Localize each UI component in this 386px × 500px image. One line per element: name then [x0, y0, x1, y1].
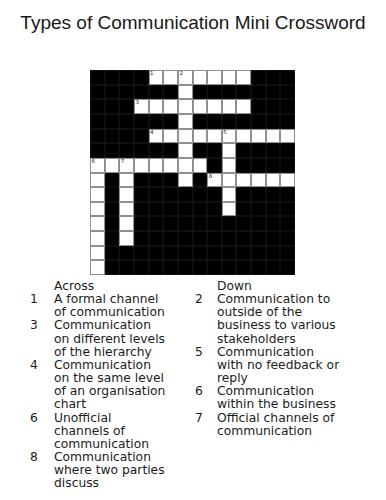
- white-cell[interactable]: [251, 173, 266, 188]
- black-cell: [178, 202, 193, 217]
- clue-text: Communication on different levels of the…: [54, 319, 188, 358]
- black-cell: [163, 202, 178, 217]
- black-cell: [236, 260, 251, 275]
- white-cell[interactable]: [222, 173, 237, 188]
- clue-number: 3: [30, 319, 54, 332]
- white-cell[interactable]: [222, 99, 237, 114]
- black-cell: [222, 246, 237, 261]
- black-cell: [251, 260, 266, 275]
- black-cell: [134, 260, 149, 275]
- white-cell[interactable]: [266, 173, 281, 188]
- white-cell[interactable]: [236, 99, 251, 114]
- black-cell: [149, 114, 164, 129]
- white-cell[interactable]: 1: [149, 70, 164, 85]
- clue-number: 8: [30, 451, 54, 464]
- black-cell: [163, 85, 178, 100]
- black-cell: [207, 143, 222, 158]
- white-cell[interactable]: [222, 187, 237, 202]
- black-cell: [222, 260, 237, 275]
- white-cell[interactable]: [119, 231, 134, 246]
- black-cell: [280, 187, 295, 202]
- white-cell[interactable]: [178, 85, 193, 100]
- black-cell: [149, 231, 164, 246]
- white-cell[interactable]: [178, 143, 193, 158]
- black-cell: [105, 231, 120, 246]
- clue: 8Communication where two parties discuss: [30, 451, 188, 490]
- black-cell: [236, 187, 251, 202]
- black-cell: [251, 143, 266, 158]
- black-cell: [134, 173, 149, 188]
- clue-text: Unofficial channels of communication: [54, 412, 188, 451]
- white-cell[interactable]: [90, 260, 105, 275]
- black-cell: [266, 99, 281, 114]
- white-cell[interactable]: [193, 99, 208, 114]
- black-cell: [90, 99, 105, 114]
- black-cell: [105, 129, 120, 144]
- white-cell[interactable]: [163, 158, 178, 173]
- black-cell: [178, 231, 193, 246]
- white-cell[interactable]: [90, 216, 105, 231]
- black-cell: [280, 99, 295, 114]
- black-cell: [90, 85, 105, 100]
- black-cell: [222, 114, 237, 129]
- black-cell: [251, 99, 266, 114]
- black-cell: [149, 143, 164, 158]
- black-cell: [193, 246, 208, 261]
- black-cell: [280, 260, 295, 275]
- white-cell[interactable]: [222, 70, 237, 85]
- black-cell: [149, 85, 164, 100]
- white-cell[interactable]: [90, 231, 105, 246]
- black-cell: [236, 114, 251, 129]
- black-cell: [163, 260, 178, 275]
- black-cell: [280, 246, 295, 261]
- white-cell[interactable]: [178, 114, 193, 129]
- white-cell[interactable]: [207, 99, 222, 114]
- black-cell: [236, 231, 251, 246]
- black-cell: [266, 143, 281, 158]
- white-cell[interactable]: [266, 129, 281, 144]
- black-cell: [90, 129, 105, 144]
- black-cell: [207, 231, 222, 246]
- black-cell: [149, 246, 164, 261]
- black-cell: [105, 85, 120, 100]
- black-cell: [193, 231, 208, 246]
- clue-number: 2: [195, 293, 217, 306]
- black-cell: [236, 158, 251, 173]
- white-cell[interactable]: [222, 158, 237, 173]
- clue-number: 4: [30, 359, 54, 372]
- crossword-grid: 12345678: [90, 70, 295, 275]
- black-cell: [280, 70, 295, 85]
- down-clue-list: 2Communication to outside of the busines…: [195, 293, 360, 438]
- black-cell: [251, 202, 266, 217]
- white-cell[interactable]: [236, 173, 251, 188]
- black-cell: [193, 173, 208, 188]
- white-cell[interactable]: [251, 129, 266, 144]
- black-cell: [280, 143, 295, 158]
- black-cell: [178, 260, 193, 275]
- black-cell: [222, 85, 237, 100]
- black-cell: [251, 231, 266, 246]
- white-cell[interactable]: [134, 158, 149, 173]
- black-cell: [134, 85, 149, 100]
- black-cell: [119, 129, 134, 144]
- black-cell: [251, 246, 266, 261]
- white-cell[interactable]: [105, 158, 120, 173]
- white-cell[interactable]: [178, 99, 193, 114]
- black-cell: [251, 114, 266, 129]
- white-cell[interactable]: [119, 187, 134, 202]
- black-cell: [207, 216, 222, 231]
- white-cell[interactable]: [163, 70, 178, 85]
- black-cell: [251, 187, 266, 202]
- black-cell: [266, 202, 281, 217]
- white-cell[interactable]: 3: [134, 99, 149, 114]
- black-cell: [207, 202, 222, 217]
- black-cell: [251, 70, 266, 85]
- cell-number: 6: [92, 158, 96, 165]
- white-cell[interactable]: [207, 129, 222, 144]
- black-cell: [134, 114, 149, 129]
- clue-number: 6: [195, 385, 217, 398]
- clue-text: Official channels of communication: [217, 412, 360, 438]
- white-cell[interactable]: 4: [149, 129, 164, 144]
- black-cell: [105, 114, 120, 129]
- black-cell: [163, 114, 178, 129]
- clue: 3Communication on different levels of th…: [30, 319, 188, 358]
- white-cell[interactable]: [222, 143, 237, 158]
- black-cell: [105, 70, 120, 85]
- black-cell: [105, 260, 120, 275]
- black-cell: [105, 246, 120, 261]
- black-cell: [163, 246, 178, 261]
- clue: 5Communication with no feedback or reply: [195, 346, 360, 385]
- black-cell: [266, 114, 281, 129]
- black-cell: [105, 187, 120, 202]
- black-cell: [119, 114, 134, 129]
- white-cell[interactable]: [119, 173, 134, 188]
- black-cell: [236, 143, 251, 158]
- black-cell: [193, 202, 208, 217]
- black-cell: [119, 246, 134, 261]
- black-cell: [207, 187, 222, 202]
- page-title: Types of Communication Mini Crossword: [0, 10, 386, 36]
- black-cell: [266, 158, 281, 173]
- black-cell: [134, 143, 149, 158]
- black-cell: [193, 260, 208, 275]
- black-cell: [280, 85, 295, 100]
- down-clues-column: Down 2Communication to outside of the bu…: [195, 280, 360, 438]
- black-cell: [193, 216, 208, 231]
- black-cell: [90, 143, 105, 158]
- black-cell: [90, 114, 105, 129]
- black-cell: [119, 70, 134, 85]
- clue-text: A formal channel of communication: [54, 293, 188, 319]
- clue: 1A formal channel of communication: [30, 293, 188, 319]
- white-cell[interactable]: [119, 202, 134, 217]
- clue-number: 6: [30, 412, 54, 425]
- cell-number: 8: [209, 173, 213, 180]
- black-cell: [236, 246, 251, 261]
- black-cell: [266, 85, 281, 100]
- clue-text: Communication on the same level of an or…: [54, 359, 188, 412]
- black-cell: [178, 187, 193, 202]
- white-cell[interactable]: [178, 173, 193, 188]
- white-cell[interactable]: 8: [207, 173, 222, 188]
- white-cell[interactable]: [149, 99, 164, 114]
- cell-number: 7: [121, 158, 125, 165]
- black-cell: [134, 216, 149, 231]
- clue-number: 5: [195, 346, 217, 359]
- white-cell[interactable]: [178, 158, 193, 173]
- cell-number: 4: [150, 129, 154, 136]
- black-cell: [134, 231, 149, 246]
- across-clues-column: Across 1A formal channel of communicatio…: [30, 280, 188, 491]
- black-cell: [163, 143, 178, 158]
- black-cell: [119, 85, 134, 100]
- clue-text: Communication where two parties discuss: [54, 451, 188, 490]
- white-cell[interactable]: [178, 129, 193, 144]
- white-cell[interactable]: [193, 158, 208, 173]
- black-cell: [266, 231, 281, 246]
- black-cell: [163, 231, 178, 246]
- black-cell: [251, 158, 266, 173]
- black-cell: [178, 216, 193, 231]
- black-cell: [163, 187, 178, 202]
- black-cell: [163, 216, 178, 231]
- white-cell[interactable]: [193, 129, 208, 144]
- black-cell: [236, 85, 251, 100]
- white-cell[interactable]: [163, 99, 178, 114]
- black-cell: [134, 246, 149, 261]
- black-cell: [251, 85, 266, 100]
- clue: 4Communication on the same level of an o…: [30, 359, 188, 412]
- clue-number: 7: [195, 412, 217, 425]
- black-cell: [207, 114, 222, 129]
- black-cell: [236, 216, 251, 231]
- black-cell: [134, 202, 149, 217]
- white-cell[interactable]: [193, 70, 208, 85]
- black-cell: [178, 246, 193, 261]
- clue-text: Communication within the business: [217, 385, 360, 411]
- black-cell: [266, 260, 281, 275]
- cell-number: 1: [150, 70, 154, 77]
- black-cell: [105, 99, 120, 114]
- clue-text: Communication with no feedback or reply: [217, 346, 360, 385]
- black-cell: [207, 260, 222, 275]
- black-cell: [105, 143, 120, 158]
- crossword-page: Types of Communication Mini Crossword 12…: [0, 0, 386, 500]
- black-cell: [251, 216, 266, 231]
- black-cell: [236, 202, 251, 217]
- black-cell: [193, 85, 208, 100]
- white-cell[interactable]: 5: [222, 129, 237, 144]
- white-cell[interactable]: [207, 70, 222, 85]
- white-cell[interactable]: 7: [119, 158, 134, 173]
- black-cell: [280, 216, 295, 231]
- white-cell[interactable]: [236, 129, 251, 144]
- white-cell[interactable]: [280, 173, 295, 188]
- white-cell[interactable]: [222, 202, 237, 217]
- black-cell: [266, 216, 281, 231]
- black-cell: [149, 202, 164, 217]
- black-cell: [105, 173, 120, 188]
- black-cell: [134, 187, 149, 202]
- black-cell: [222, 231, 237, 246]
- white-cell[interactable]: [90, 202, 105, 217]
- cell-number: 2: [179, 70, 183, 77]
- white-cell[interactable]: [236, 70, 251, 85]
- black-cell: [266, 246, 281, 261]
- black-cell: [149, 173, 164, 188]
- clue-number: 1: [30, 293, 54, 306]
- black-cell: [105, 216, 120, 231]
- clue: 6Communication within the business: [195, 385, 360, 411]
- black-cell: [149, 260, 164, 275]
- clue: 6Unofficial channels of communication: [30, 412, 188, 451]
- black-cell: [280, 158, 295, 173]
- clue: 7Official channels of communication: [195, 412, 360, 438]
- black-cell: [207, 85, 222, 100]
- white-cell[interactable]: [90, 173, 105, 188]
- white-cell[interactable]: 2: [178, 70, 193, 85]
- black-cell: [163, 173, 178, 188]
- black-cell: [105, 202, 120, 217]
- black-cell: [149, 216, 164, 231]
- white-cell[interactable]: 6: [90, 158, 105, 173]
- white-cell[interactable]: [163, 129, 178, 144]
- black-cell: [149, 187, 164, 202]
- black-cell: [119, 260, 134, 275]
- black-cell: [119, 99, 134, 114]
- black-cell: [280, 231, 295, 246]
- clue-text: Communication to outside of the business…: [217, 293, 360, 346]
- black-cell: [266, 187, 281, 202]
- black-cell: [193, 187, 208, 202]
- black-cell: [207, 246, 222, 261]
- white-cell[interactable]: [90, 187, 105, 202]
- black-cell: [280, 114, 295, 129]
- white-cell[interactable]: [149, 158, 164, 173]
- cell-number: 3: [135, 99, 139, 106]
- across-clue-list: 1A formal channel of communication3Commu…: [30, 293, 188, 490]
- black-cell: [90, 70, 105, 85]
- black-cell: [207, 158, 222, 173]
- black-cell: [134, 129, 149, 144]
- black-cell: [193, 114, 208, 129]
- black-cell: [193, 143, 208, 158]
- white-cell[interactable]: [90, 246, 105, 261]
- white-cell[interactable]: [119, 216, 134, 231]
- black-cell: [280, 202, 295, 217]
- black-cell: [119, 143, 134, 158]
- clue: 2Communication to outside of the busines…: [195, 293, 360, 346]
- black-cell: [134, 70, 149, 85]
- black-cell: [266, 70, 281, 85]
- cell-number: 5: [223, 129, 227, 136]
- black-cell: [222, 216, 237, 231]
- white-cell[interactable]: [280, 129, 295, 144]
